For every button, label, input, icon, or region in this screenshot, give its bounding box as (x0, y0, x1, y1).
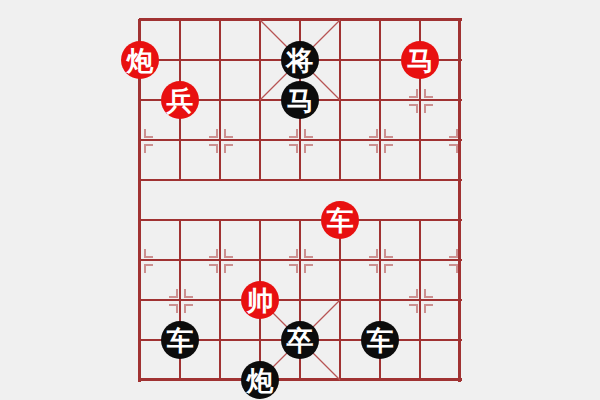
position-marker (369, 144, 378, 153)
position-marker (304, 144, 313, 153)
grid-line-file (419, 219, 421, 381)
grid-line-file (339, 19, 341, 181)
position-marker (369, 249, 378, 258)
position-marker (424, 89, 433, 98)
grid-line-file (259, 19, 261, 181)
position-marker (424, 304, 433, 313)
piece-red-horse[interactable]: 马 (401, 41, 439, 79)
grid-line-file (458, 19, 461, 382)
xiangqi-board[interactable]: 炮马兵车帅将马车卒车炮 (0, 0, 600, 400)
piece-black-horse[interactable]: 马 (281, 81, 319, 119)
position-marker (424, 289, 433, 298)
grid-line-file (339, 219, 341, 381)
position-marker (449, 249, 458, 258)
grid-line-file (219, 19, 221, 181)
piece-red-soldier[interactable]: 兵 (161, 81, 199, 119)
grid-line-file (379, 19, 381, 181)
xiangqi-diagram: 炮马兵车帅将马车卒车炮 (0, 0, 600, 400)
position-marker (144, 249, 153, 258)
position-marker (224, 144, 233, 153)
position-marker (144, 264, 153, 273)
piece-black-soldier[interactable]: 卒 (281, 321, 319, 359)
position-marker (304, 129, 313, 138)
position-marker (289, 144, 298, 153)
piece-red-cannon[interactable]: 炮 (121, 41, 159, 79)
position-marker (304, 264, 313, 273)
piece-black-chariot[interactable]: 车 (161, 321, 199, 359)
position-marker (449, 144, 458, 153)
position-marker (224, 264, 233, 273)
position-marker (409, 304, 418, 313)
position-marker (409, 89, 418, 98)
position-marker (144, 129, 153, 138)
position-marker (384, 129, 393, 138)
position-marker (184, 304, 193, 313)
position-marker (449, 129, 458, 138)
piece-black-general[interactable]: 将 (281, 41, 319, 79)
position-marker (424, 104, 433, 113)
position-marker (384, 249, 393, 258)
piece-red-general[interactable]: 帅 (241, 281, 279, 319)
position-marker (209, 249, 218, 258)
grid-line-file (219, 219, 221, 381)
piece-red-chariot[interactable]: 车 (321, 201, 359, 239)
position-marker (289, 249, 298, 258)
position-marker (384, 144, 393, 153)
position-marker (209, 129, 218, 138)
position-marker (209, 144, 218, 153)
piece-black-chariot[interactable]: 车 (361, 321, 399, 359)
position-marker (209, 264, 218, 273)
piece-black-cannon[interactable]: 炮 (241, 361, 279, 399)
position-marker (304, 249, 313, 258)
position-marker (144, 144, 153, 153)
position-marker (224, 129, 233, 138)
position-marker (369, 264, 378, 273)
position-marker (289, 264, 298, 273)
position-marker (224, 249, 233, 258)
position-marker (289, 129, 298, 138)
position-marker (409, 289, 418, 298)
position-marker (409, 104, 418, 113)
position-marker (184, 289, 193, 298)
position-marker (384, 264, 393, 273)
position-marker (169, 304, 178, 313)
position-marker (369, 129, 378, 138)
position-marker (449, 264, 458, 273)
position-marker (169, 289, 178, 298)
